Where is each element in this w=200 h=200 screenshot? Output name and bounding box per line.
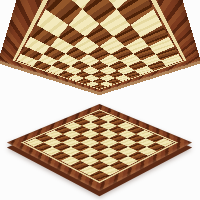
lower-board-frame — [7, 104, 192, 191]
product-photo-stage — [0, 0, 200, 200]
lower-board-squares-grid — [25, 111, 173, 181]
lower-board-surface — [7, 104, 192, 191]
lower-chessboard — [34, 77, 165, 200]
lower-board-inlay-line — [21, 109, 178, 183]
upper-board-squares-grid — [17, 0, 182, 89]
